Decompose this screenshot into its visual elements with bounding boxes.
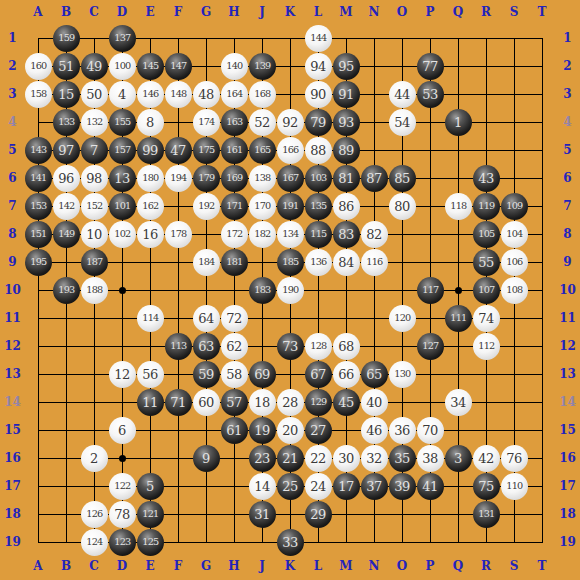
stone-C10[interactable]: 188: [81, 277, 108, 304]
stone-K19[interactable]: 33: [277, 529, 304, 556]
stone-K5[interactable]: 166: [277, 137, 304, 164]
stone-K10[interactable]: 190: [277, 277, 304, 304]
stone-A2[interactable]: 160: [25, 53, 52, 80]
stone-M7[interactable]: 86: [333, 193, 360, 220]
stone-N8[interactable]: 82: [361, 221, 388, 248]
stone-L12[interactable]: 128: [305, 333, 332, 360]
move-number: 188: [86, 285, 102, 295]
stone-O17[interactable]: 39: [389, 473, 416, 500]
stone-L7[interactable]: 135: [305, 193, 332, 220]
row-label-left-8: 8: [0, 227, 25, 241]
col-label-top-G: G: [196, 5, 216, 19]
stone-R16[interactable]: 42: [473, 445, 500, 472]
stone-L18[interactable]: 29: [305, 501, 332, 528]
move-number: 66: [338, 368, 354, 381]
stone-N14[interactable]: 40: [361, 389, 388, 416]
stone-J16[interactable]: 23: [249, 445, 276, 472]
move-number: 61: [226, 424, 242, 437]
move-number: 37: [366, 480, 382, 493]
move-number: 164: [226, 89, 242, 99]
stone-N17[interactable]: 37: [361, 473, 388, 500]
stone-R18[interactable]: 131: [473, 501, 500, 528]
move-number: 94: [310, 60, 326, 73]
move-number: 8: [146, 116, 154, 129]
col-label-bottom-G: G: [196, 559, 216, 573]
stone-G9[interactable]: 184: [193, 249, 220, 276]
stone-K12[interactable]: 73: [277, 333, 304, 360]
move-number: 168: [254, 89, 270, 99]
stone-D4[interactable]: 155: [109, 109, 136, 136]
stone-K14[interactable]: 28: [277, 389, 304, 416]
move-number: 181: [226, 257, 242, 267]
move-number: 64: [198, 312, 214, 325]
move-number: 70: [422, 424, 438, 437]
stone-H4[interactable]: 163: [221, 109, 248, 136]
move-number: 108: [506, 285, 522, 295]
move-number: 167: [282, 173, 298, 183]
stone-L2[interactable]: 94: [305, 53, 332, 80]
stone-O15[interactable]: 36: [389, 417, 416, 444]
stone-F8[interactable]: 178: [165, 221, 192, 248]
move-number: 86: [338, 200, 354, 213]
move-number: 58: [226, 368, 242, 381]
move-number: 47: [170, 144, 186, 157]
stone-B4[interactable]: 133: [53, 109, 80, 136]
move-number: 80: [394, 200, 410, 213]
move-number: 46: [366, 424, 382, 437]
row-label-right-18: 18: [555, 507, 580, 521]
stone-N15[interactable]: 46: [361, 417, 388, 444]
stone-B2[interactable]: 51: [53, 53, 80, 80]
move-number: 142: [58, 201, 74, 211]
col-label-bottom-B: B: [56, 559, 76, 573]
stone-K17[interactable]: 25: [277, 473, 304, 500]
stone-M8[interactable]: 83: [333, 221, 360, 248]
row-label-right-5: 5: [555, 143, 580, 157]
stone-G4[interactable]: 174: [193, 109, 220, 136]
stone-H2[interactable]: 140: [221, 53, 248, 80]
col-label-top-M: M: [336, 5, 356, 19]
col-label-top-E: E: [140, 5, 160, 19]
move-number: 90: [310, 88, 326, 101]
stone-G16[interactable]: 9: [193, 445, 220, 472]
stone-M16[interactable]: 30: [333, 445, 360, 472]
move-number: 136: [310, 257, 326, 267]
move-number: 33: [282, 536, 298, 549]
move-number: 184: [198, 257, 214, 267]
move-number: 59: [198, 368, 214, 381]
stone-L5[interactable]: 88: [305, 137, 332, 164]
move-number: 166: [282, 145, 298, 155]
stone-J15[interactable]: 19: [249, 417, 276, 444]
move-number: 57: [226, 396, 242, 409]
move-number: 85: [394, 172, 410, 185]
stone-M5[interactable]: 89: [333, 137, 360, 164]
stone-C18[interactable]: 126: [81, 501, 108, 528]
move-number: 126: [86, 509, 102, 519]
stone-L8[interactable]: 115: [305, 221, 332, 248]
move-number: 50: [86, 88, 102, 101]
stone-D1[interactable]: 137: [109, 25, 136, 52]
stone-N9[interactable]: 116: [361, 249, 388, 276]
move-number: 74: [478, 312, 494, 325]
stone-L9[interactable]: 136: [305, 249, 332, 276]
stone-Q4[interactable]: 1: [445, 109, 472, 136]
stone-B7[interactable]: 142: [53, 193, 80, 220]
stone-A7[interactable]: 153: [25, 193, 52, 220]
stone-R17[interactable]: 75: [473, 473, 500, 500]
move-number: 131: [478, 509, 494, 519]
stone-D15[interactable]: 6: [109, 417, 136, 444]
col-label-top-R: R: [476, 5, 496, 19]
stone-O3[interactable]: 44: [389, 81, 416, 108]
stone-J13[interactable]: 69: [249, 361, 276, 388]
stone-E8[interactable]: 16: [137, 221, 164, 248]
stone-P3[interactable]: 53: [417, 81, 444, 108]
row-label-right-8: 8: [555, 227, 580, 241]
stone-N6[interactable]: 87: [361, 165, 388, 192]
stone-E17[interactable]: 5: [137, 473, 164, 500]
move-number: 93: [338, 116, 354, 129]
stone-M2[interactable]: 95: [333, 53, 360, 80]
move-number: 158: [30, 89, 46, 99]
move-number: 91: [338, 88, 354, 101]
move-number: 23: [254, 452, 270, 465]
stone-P12[interactable]: 127: [417, 333, 444, 360]
move-number: 105: [478, 229, 494, 239]
stone-L4[interactable]: 79: [305, 109, 332, 136]
move-number: 102: [114, 229, 130, 239]
stone-O16[interactable]: 35: [389, 445, 416, 472]
stone-K9[interactable]: 185: [277, 249, 304, 276]
stone-N16[interactable]: 32: [361, 445, 388, 472]
move-number: 149: [58, 229, 74, 239]
move-number: 22: [310, 452, 326, 465]
stone-A3[interactable]: 158: [25, 81, 52, 108]
move-number: 78: [114, 508, 130, 521]
move-number: 42: [478, 452, 494, 465]
stone-D17[interactable]: 122: [109, 473, 136, 500]
stone-F14[interactable]: 71: [165, 389, 192, 416]
move-number: 48: [198, 88, 214, 101]
stone-H7[interactable]: 171: [221, 193, 248, 220]
stone-P15[interactable]: 70: [417, 417, 444, 444]
stone-G6[interactable]: 179: [193, 165, 220, 192]
stone-L17[interactable]: 24: [305, 473, 332, 500]
stone-F3[interactable]: 148: [165, 81, 192, 108]
stone-B1[interactable]: 159: [53, 25, 80, 52]
stone-K8[interactable]: 134: [277, 221, 304, 248]
row-label-right-11: 11: [555, 311, 580, 325]
stone-S10[interactable]: 108: [501, 277, 528, 304]
move-number: 118: [450, 201, 466, 211]
row-label-left-9: 9: [0, 255, 25, 269]
stone-D6[interactable]: 13: [109, 165, 136, 192]
row-label-right-3: 3: [555, 87, 580, 101]
stone-L3[interactable]: 90: [305, 81, 332, 108]
stone-F2[interactable]: 147: [165, 53, 192, 80]
move-number: 73: [282, 340, 298, 353]
move-number: 141: [30, 173, 46, 183]
move-number: 162: [142, 201, 158, 211]
stone-B5[interactable]: 97: [53, 137, 80, 164]
move-number: 117: [422, 285, 438, 295]
stone-P17[interactable]: 41: [417, 473, 444, 500]
stone-E5[interactable]: 99: [137, 137, 164, 164]
stone-O6[interactable]: 85: [389, 165, 416, 192]
stone-P10[interactable]: 117: [417, 277, 444, 304]
stone-Q11[interactable]: 111: [445, 305, 472, 332]
stone-L14[interactable]: 129: [305, 389, 332, 416]
move-number: 34: [450, 396, 466, 409]
stone-R8[interactable]: 105: [473, 221, 500, 248]
stone-C16[interactable]: 2: [81, 445, 108, 472]
move-number: 97: [58, 144, 74, 157]
move-number: 191: [282, 201, 298, 211]
stone-S17[interactable]: 110: [501, 473, 528, 500]
stone-D5[interactable]: 157: [109, 137, 136, 164]
move-number: 19: [254, 424, 270, 437]
stone-P2[interactable]: 77: [417, 53, 444, 80]
stone-F12[interactable]: 113: [165, 333, 192, 360]
stone-J18[interactable]: 31: [249, 501, 276, 528]
stone-E13[interactable]: 56: [137, 361, 164, 388]
stone-E3[interactable]: 146: [137, 81, 164, 108]
stone-Q14[interactable]: 34: [445, 389, 472, 416]
move-number: 147: [170, 61, 186, 71]
col-label-top-C: C: [84, 5, 104, 19]
stone-F5[interactable]: 47: [165, 137, 192, 164]
row-label-right-15: 15: [555, 423, 580, 437]
stone-C4[interactable]: 132: [81, 109, 108, 136]
move-number: 146: [142, 89, 158, 99]
stone-E18[interactable]: 121: [137, 501, 164, 528]
stone-J2[interactable]: 139: [249, 53, 276, 80]
stone-R12[interactable]: 112: [473, 333, 500, 360]
stone-C5[interactable]: 7: [81, 137, 108, 164]
move-number: 83: [338, 228, 354, 241]
stone-G13[interactable]: 59: [193, 361, 220, 388]
stone-G5[interactable]: 175: [193, 137, 220, 164]
stone-C6[interactable]: 98: [81, 165, 108, 192]
stone-H12[interactable]: 62: [221, 333, 248, 360]
move-number: 41: [422, 480, 438, 493]
stone-H9[interactable]: 181: [221, 249, 248, 276]
move-number: 31: [254, 508, 270, 521]
stone-E4[interactable]: 8: [137, 109, 164, 136]
move-number: 45: [338, 396, 354, 409]
move-number: 3: [454, 452, 462, 465]
row-label-right-9: 9: [555, 255, 580, 269]
move-number: 79: [310, 116, 326, 129]
stone-R6[interactable]: 43: [473, 165, 500, 192]
move-number: 159: [58, 33, 74, 43]
move-number: 60: [198, 396, 214, 409]
stone-H13[interactable]: 58: [221, 361, 248, 388]
move-number: 39: [394, 480, 410, 493]
col-label-bottom-M: M: [336, 559, 356, 573]
col-label-top-S: S: [504, 5, 524, 19]
stone-A5[interactable]: 143: [25, 137, 52, 164]
stone-Q7[interactable]: 118: [445, 193, 472, 220]
stone-K4[interactable]: 92: [277, 109, 304, 136]
stone-M17[interactable]: 17: [333, 473, 360, 500]
move-number: 133: [58, 117, 74, 127]
stone-M6[interactable]: 81: [333, 165, 360, 192]
stone-P16[interactable]: 38: [417, 445, 444, 472]
stone-M12[interactable]: 68: [333, 333, 360, 360]
stone-K6[interactable]: 167: [277, 165, 304, 192]
move-number: 183: [254, 285, 270, 295]
col-label-top-J: J: [252, 5, 272, 19]
stone-J10[interactable]: 183: [249, 277, 276, 304]
stone-O13[interactable]: 130: [389, 361, 416, 388]
stone-H8[interactable]: 172: [221, 221, 248, 248]
row-label-left-18: 18: [0, 507, 25, 521]
move-number: 40: [366, 396, 382, 409]
stone-E14[interactable]: 11: [137, 389, 164, 416]
move-number: 29: [310, 508, 326, 521]
stone-D2[interactable]: 100: [109, 53, 136, 80]
move-number: 75: [478, 480, 494, 493]
stone-D8[interactable]: 102: [109, 221, 136, 248]
stone-Q16[interactable]: 3: [445, 445, 472, 472]
row-label-right-14: 14: [555, 395, 580, 409]
stone-J3[interactable]: 168: [249, 81, 276, 108]
stone-H14[interactable]: 57: [221, 389, 248, 416]
stone-E11[interactable]: 114: [137, 305, 164, 332]
stone-A8[interactable]: 151: [25, 221, 52, 248]
stone-O7[interactable]: 80: [389, 193, 416, 220]
col-label-bottom-Q: Q: [448, 559, 468, 573]
move-number: 111: [450, 313, 466, 323]
stone-E19[interactable]: 125: [137, 529, 164, 556]
stone-S16[interactable]: 76: [501, 445, 528, 472]
col-label-bottom-J: J: [252, 559, 272, 573]
stone-K15[interactable]: 20: [277, 417, 304, 444]
move-number: 69: [254, 368, 270, 381]
stone-L6[interactable]: 103: [305, 165, 332, 192]
stone-E6[interactable]: 180: [137, 165, 164, 192]
stone-D13[interactable]: 12: [109, 361, 136, 388]
stone-C2[interactable]: 49: [81, 53, 108, 80]
col-label-bottom-N: N: [364, 559, 384, 573]
move-number: 112: [478, 341, 494, 351]
stone-C3[interactable]: 50: [81, 81, 108, 108]
stone-S7[interactable]: 109: [501, 193, 528, 220]
stone-G14[interactable]: 60: [193, 389, 220, 416]
stone-G7[interactable]: 192: [193, 193, 220, 220]
move-number: 138: [254, 173, 270, 183]
stone-H3[interactable]: 164: [221, 81, 248, 108]
stone-J5[interactable]: 165: [249, 137, 276, 164]
stone-B3[interactable]: 15: [53, 81, 80, 108]
move-number: 161: [226, 145, 242, 155]
stone-D19[interactable]: 123: [109, 529, 136, 556]
stone-L15[interactable]: 27: [305, 417, 332, 444]
stone-K7[interactable]: 191: [277, 193, 304, 220]
move-number: 98: [86, 172, 102, 185]
stone-J17[interactable]: 14: [249, 473, 276, 500]
move-number: 71: [170, 396, 186, 409]
move-number: 190: [282, 285, 298, 295]
stone-M3[interactable]: 91: [333, 81, 360, 108]
stone-M13[interactable]: 66: [333, 361, 360, 388]
stone-O11[interactable]: 120: [389, 305, 416, 332]
stone-C9[interactable]: 187: [81, 249, 108, 276]
go-board[interactable]: ABCDEFGHJKLMNOPQRST ABCDEFGHJKLMNOPQRST …: [0, 0, 580, 580]
stone-R10[interactable]: 107: [473, 277, 500, 304]
stone-C19[interactable]: 124: [81, 529, 108, 556]
stone-J14[interactable]: 18: [249, 389, 276, 416]
move-number: 11: [142, 396, 158, 409]
stone-B6[interactable]: 96: [53, 165, 80, 192]
stone-D7[interactable]: 101: [109, 193, 136, 220]
stone-A6[interactable]: 141: [25, 165, 52, 192]
move-number: 107: [478, 285, 494, 295]
stone-L13[interactable]: 67: [305, 361, 332, 388]
stone-D18[interactable]: 78: [109, 501, 136, 528]
stone-M14[interactable]: 45: [333, 389, 360, 416]
stone-M9[interactable]: 84: [333, 249, 360, 276]
stone-F6[interactable]: 194: [165, 165, 192, 192]
move-number: 72: [226, 312, 242, 325]
stone-H6[interactable]: 169: [221, 165, 248, 192]
stone-S8[interactable]: 104: [501, 221, 528, 248]
stone-R7[interactable]: 119: [473, 193, 500, 220]
stone-G11[interactable]: 64: [193, 305, 220, 332]
stone-E7[interactable]: 162: [137, 193, 164, 220]
move-number: 4: [118, 88, 126, 101]
stone-H5[interactable]: 161: [221, 137, 248, 164]
move-number: 5: [146, 480, 154, 493]
move-number: 115: [310, 229, 326, 239]
stone-M4[interactable]: 93: [333, 109, 360, 136]
stone-R11[interactable]: 74: [473, 305, 500, 332]
stone-L16[interactable]: 22: [305, 445, 332, 472]
stone-L1[interactable]: 144: [305, 25, 332, 52]
move-number: 92: [282, 116, 298, 129]
stone-G3[interactable]: 48: [193, 81, 220, 108]
stone-J4[interactable]: 52: [249, 109, 276, 136]
col-label-bottom-S: S: [504, 559, 524, 573]
move-number: 81: [338, 172, 354, 185]
stone-O4[interactable]: 54: [389, 109, 416, 136]
row-label-left-3: 3: [0, 87, 25, 101]
stone-S9[interactable]: 106: [501, 249, 528, 276]
row-label-left-4: 4: [0, 115, 25, 129]
stone-E2[interactable]: 145: [137, 53, 164, 80]
stone-R9[interactable]: 55: [473, 249, 500, 276]
stone-N13[interactable]: 65: [361, 361, 388, 388]
move-number: 53: [422, 88, 438, 101]
stone-H11[interactable]: 72: [221, 305, 248, 332]
stone-G12[interactable]: 63: [193, 333, 220, 360]
stone-B8[interactable]: 149: [53, 221, 80, 248]
stone-J6[interactable]: 138: [249, 165, 276, 192]
stone-J7[interactable]: 170: [249, 193, 276, 220]
stone-C8[interactable]: 10: [81, 221, 108, 248]
stone-B10[interactable]: 193: [53, 277, 80, 304]
move-number: 160: [30, 61, 46, 71]
stone-J8[interactable]: 182: [249, 221, 276, 248]
stone-C7[interactable]: 152: [81, 193, 108, 220]
stone-H15[interactable]: 61: [221, 417, 248, 444]
stone-D3[interactable]: 4: [109, 81, 136, 108]
stone-K16[interactable]: 21: [277, 445, 304, 472]
move-number: 9: [202, 452, 210, 465]
stone-A9[interactable]: 195: [25, 249, 52, 276]
